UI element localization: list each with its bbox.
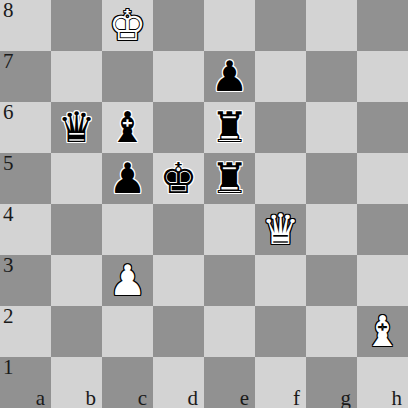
square-h4[interactable] <box>357 204 408 255</box>
square-d8[interactable] <box>153 0 204 51</box>
file-label-e: e <box>240 387 249 408</box>
square-d4[interactable] <box>153 204 204 255</box>
white-bishop-piece[interactable]: ♝ <box>357 306 408 357</box>
square-b1[interactable]: b <box>51 357 102 408</box>
square-d2[interactable] <box>153 306 204 357</box>
chess-board: 8♚7♟6♛♝♜5♟♚♜4♛3♟2♝1abcdefgh <box>0 0 408 408</box>
square-h6[interactable] <box>357 102 408 153</box>
black-pawn-piece[interactable]: ♟ <box>204 51 255 102</box>
square-d6[interactable] <box>153 102 204 153</box>
square-g5[interactable] <box>306 153 357 204</box>
square-h3[interactable] <box>357 255 408 306</box>
square-c7[interactable] <box>102 51 153 102</box>
square-h8[interactable] <box>357 0 408 51</box>
rank-label-1: 1 <box>3 356 14 378</box>
square-c6[interactable]: ♝ <box>102 102 153 153</box>
square-b8[interactable] <box>51 0 102 51</box>
square-h7[interactable] <box>357 51 408 102</box>
square-a6[interactable]: 6 <box>0 102 51 153</box>
square-b5[interactable] <box>51 153 102 204</box>
square-b7[interactable] <box>51 51 102 102</box>
square-a2[interactable]: 2 <box>0 306 51 357</box>
square-f7[interactable] <box>255 51 306 102</box>
square-g7[interactable] <box>306 51 357 102</box>
white-queen-piece[interactable]: ♛ <box>255 204 306 255</box>
square-g8[interactable] <box>306 0 357 51</box>
file-label-b: b <box>86 387 97 408</box>
black-king-piece[interactable]: ♚ <box>153 153 204 204</box>
square-a3[interactable]: 3 <box>0 255 51 306</box>
square-d5[interactable]: ♚ <box>153 153 204 204</box>
black-queen-piece[interactable]: ♛ <box>51 102 102 153</box>
square-b4[interactable] <box>51 204 102 255</box>
square-b2[interactable] <box>51 306 102 357</box>
square-e1[interactable]: e <box>204 357 255 408</box>
black-rook-piece[interactable]: ♜ <box>204 102 255 153</box>
square-f5[interactable] <box>255 153 306 204</box>
square-f3[interactable] <box>255 255 306 306</box>
rank-label-2: 2 <box>3 305 14 327</box>
white-king-piece[interactable]: ♚ <box>102 0 153 51</box>
square-h5[interactable] <box>357 153 408 204</box>
square-c5[interactable]: ♟ <box>102 153 153 204</box>
square-f2[interactable] <box>255 306 306 357</box>
square-a5[interactable]: 5 <box>0 153 51 204</box>
square-g3[interactable] <box>306 255 357 306</box>
square-c2[interactable] <box>102 306 153 357</box>
rank-label-6: 6 <box>3 101 14 123</box>
square-c1[interactable]: c <box>102 357 153 408</box>
square-f1[interactable]: f <box>255 357 306 408</box>
rank-label-7: 7 <box>3 50 14 72</box>
square-b3[interactable] <box>51 255 102 306</box>
square-g4[interactable] <box>306 204 357 255</box>
square-h1[interactable]: h <box>357 357 408 408</box>
square-a7[interactable]: 7 <box>0 51 51 102</box>
rank-label-3: 3 <box>3 254 14 276</box>
square-e8[interactable] <box>204 0 255 51</box>
square-e4[interactable] <box>204 204 255 255</box>
square-d3[interactable] <box>153 255 204 306</box>
square-e3[interactable] <box>204 255 255 306</box>
square-d7[interactable] <box>153 51 204 102</box>
rank-label-4: 4 <box>3 203 14 225</box>
square-b6[interactable]: ♛ <box>51 102 102 153</box>
black-pawn-piece[interactable]: ♟ <box>102 153 153 204</box>
square-e2[interactable] <box>204 306 255 357</box>
square-a8[interactable]: 8 <box>0 0 51 51</box>
square-f6[interactable] <box>255 102 306 153</box>
square-e7[interactable]: ♟ <box>204 51 255 102</box>
square-f4[interactable]: ♛ <box>255 204 306 255</box>
rank-label-8: 8 <box>3 0 14 21</box>
square-f8[interactable] <box>255 0 306 51</box>
square-e5[interactable]: ♜ <box>204 153 255 204</box>
file-label-f: f <box>293 387 300 408</box>
square-c3[interactable]: ♟ <box>102 255 153 306</box>
file-label-g: g <box>341 387 352 408</box>
square-h2[interactable]: ♝ <box>357 306 408 357</box>
black-rook-piece[interactable]: ♜ <box>204 153 255 204</box>
square-g6[interactable] <box>306 102 357 153</box>
square-a1[interactable]: 1a <box>0 357 51 408</box>
square-c8[interactable]: ♚ <box>102 0 153 51</box>
square-a4[interactable]: 4 <box>0 204 51 255</box>
file-label-h: h <box>392 387 403 408</box>
white-pawn-piece[interactable]: ♟ <box>102 255 153 306</box>
file-label-c: c <box>138 387 147 408</box>
square-g2[interactable] <box>306 306 357 357</box>
file-label-d: d <box>188 387 199 408</box>
file-label-a: a <box>36 387 45 408</box>
square-g1[interactable]: g <box>306 357 357 408</box>
rank-label-5: 5 <box>3 152 14 174</box>
square-c4[interactable] <box>102 204 153 255</box>
black-bishop-piece[interactable]: ♝ <box>102 102 153 153</box>
square-e6[interactable]: ♜ <box>204 102 255 153</box>
square-d1[interactable]: d <box>153 357 204 408</box>
